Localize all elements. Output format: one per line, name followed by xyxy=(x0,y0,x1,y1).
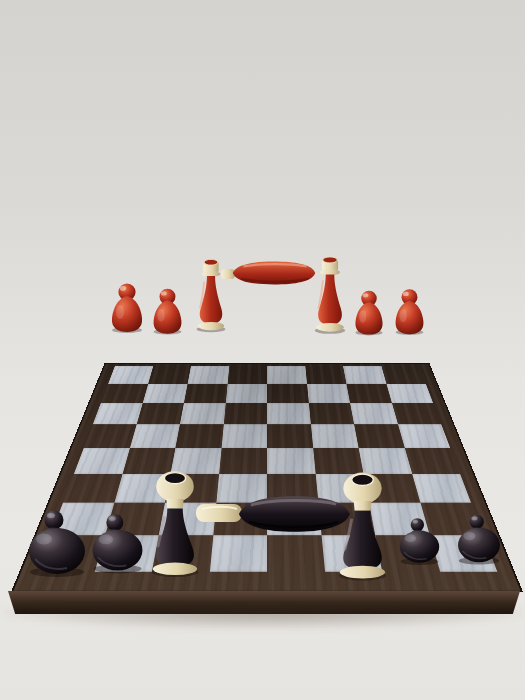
black-tall-piece-c1[interactable] xyxy=(148,468,202,580)
square-a6[interactable] xyxy=(93,403,143,424)
square-h4[interactable] xyxy=(404,448,460,474)
red-baton-d8-e8[interactable] xyxy=(228,258,320,288)
square-e8[interactable] xyxy=(267,366,307,384)
square-b8[interactable] xyxy=(148,366,191,384)
square-e7[interactable] xyxy=(267,384,309,403)
square-h5[interactable] xyxy=(398,424,450,447)
square-a5[interactable] xyxy=(84,424,136,447)
square-d6[interactable] xyxy=(223,403,267,424)
square-c8[interactable] xyxy=(188,366,229,384)
red-pawn-a8[interactable] xyxy=(107,281,147,333)
square-b5[interactable] xyxy=(130,424,180,447)
red-pawn-b8[interactable] xyxy=(149,286,186,335)
square-d7[interactable] xyxy=(225,384,267,403)
red-tall-piece-c8[interactable] xyxy=(193,256,229,334)
square-g4[interactable] xyxy=(359,448,412,474)
square-d5[interactable] xyxy=(221,424,267,447)
square-b7[interactable] xyxy=(142,384,187,403)
square-h3[interactable] xyxy=(412,474,471,503)
studio-photo-scene xyxy=(0,0,525,700)
square-a8[interactable] xyxy=(108,366,153,384)
square-a3[interactable] xyxy=(63,474,122,503)
square-f7[interactable] xyxy=(307,384,350,403)
square-g7[interactable] xyxy=(346,384,391,403)
board-cast-shadow xyxy=(2,609,524,629)
square-f8[interactable] xyxy=(305,366,346,384)
square-d1[interactable] xyxy=(209,535,267,572)
square-a4[interactable] xyxy=(74,448,130,474)
black-pawn-g1[interactable] xyxy=(397,510,442,572)
square-h8[interactable] xyxy=(381,366,426,384)
square-f4[interactable] xyxy=(313,448,364,474)
square-h7[interactable] xyxy=(386,384,433,403)
square-g6[interactable] xyxy=(350,403,398,424)
square-c7[interactable] xyxy=(184,384,227,403)
black-pawn-b1[interactable] xyxy=(89,510,146,576)
square-c5[interactable] xyxy=(175,424,223,447)
red-pawn-g8[interactable] xyxy=(351,287,387,337)
red-pawn-h8[interactable] xyxy=(391,285,428,337)
square-f6[interactable] xyxy=(309,403,355,424)
black-tall-piece-f1[interactable] xyxy=(335,471,390,582)
square-b6[interactable] xyxy=(136,403,184,424)
square-d4[interactable] xyxy=(219,448,267,474)
square-e1[interactable] xyxy=(267,535,325,572)
square-e5[interactable] xyxy=(267,424,313,447)
square-g8[interactable] xyxy=(343,366,386,384)
square-f5[interactable] xyxy=(311,424,359,447)
red-tall-piece-f8[interactable] xyxy=(311,252,349,337)
square-d8[interactable] xyxy=(227,366,267,384)
black-pawn-h1[interactable] xyxy=(455,507,503,571)
black-pawn-a1[interactable] xyxy=(25,508,89,578)
square-h6[interactable] xyxy=(392,403,442,424)
square-c6[interactable] xyxy=(180,403,226,424)
square-e6[interactable] xyxy=(267,403,311,424)
square-g5[interactable] xyxy=(354,424,404,447)
square-e4[interactable] xyxy=(267,448,315,474)
square-a7[interactable] xyxy=(101,384,148,403)
